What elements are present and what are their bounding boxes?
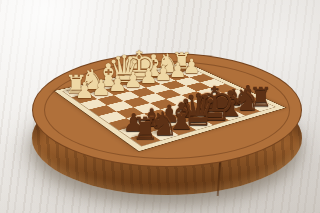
- black-rook[interactable]: ♜: [123, 114, 167, 144]
- white-pawn[interactable]: ♟: [63, 80, 107, 102]
- scene: ♜♞♝♛♚♝♞♜♟♟♟♟♟♟♟♟♟♟♟♟♟♟♟♟♜♞♝♛♚♝♞♜: [0, 0, 320, 213]
